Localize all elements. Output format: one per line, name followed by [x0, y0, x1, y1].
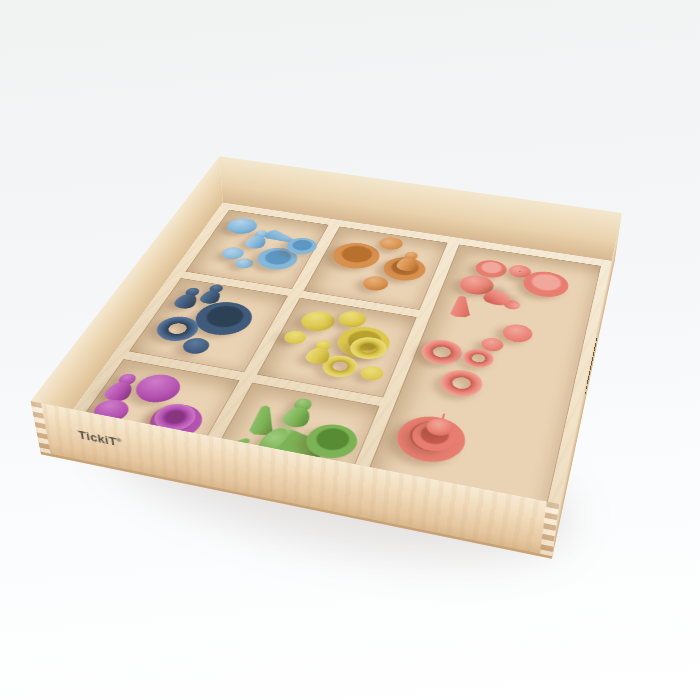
- piece-yellow-peg: [302, 338, 338, 365]
- piece-yellow-ring: [318, 353, 361, 379]
- piece-coral-ring: [460, 347, 496, 370]
- piece-purple-peg: [99, 372, 144, 404]
- piece-green-cone: [242, 404, 284, 436]
- piece-coral-cone: [444, 294, 477, 318]
- scene: TickiT®: [0, 0, 700, 700]
- handle-cutout: [585, 331, 598, 397]
- piece-yellow-disc: [280, 329, 309, 346]
- compartment-yellow: [257, 298, 416, 398]
- piece-light_blue-disc: [221, 247, 245, 259]
- piece-yellow-ball: [335, 309, 369, 329]
- piece-purple-ball: [129, 371, 187, 405]
- piece-light_blue-disc: [233, 257, 256, 269]
- piece-orange-disc: [378, 236, 405, 250]
- piece-green-peg: [278, 396, 320, 429]
- piece-coral-bowl: [408, 418, 461, 454]
- piece-coral-disc: [480, 336, 506, 352]
- piece-coral-ring: [418, 337, 466, 367]
- brand-logo-text: TickiT: [77, 429, 118, 449]
- compartment-orange: [304, 226, 448, 310]
- piece-orange-ball: [360, 275, 391, 292]
- piece-coral-toptoy: [423, 417, 454, 438]
- piece-coral-disc: [499, 322, 535, 345]
- photo-backdrop: TickiT®: [0, 0, 700, 700]
- piece-dark_blue-bowl: [187, 298, 260, 339]
- piece-coral-bowl: [390, 412, 472, 468]
- registered-mark: ®: [116, 438, 122, 444]
- piece-coral-ring: [437, 367, 486, 399]
- piece-orange-bowl: [326, 240, 384, 272]
- brand-logo: TickiT®: [77, 429, 123, 450]
- piece-yellow-disc: [358, 365, 386, 382]
- finger-joints-left: [31, 401, 51, 454]
- sorting-tray: TickiT®: [41, 203, 615, 559]
- piece-yellow-ball: [297, 309, 338, 333]
